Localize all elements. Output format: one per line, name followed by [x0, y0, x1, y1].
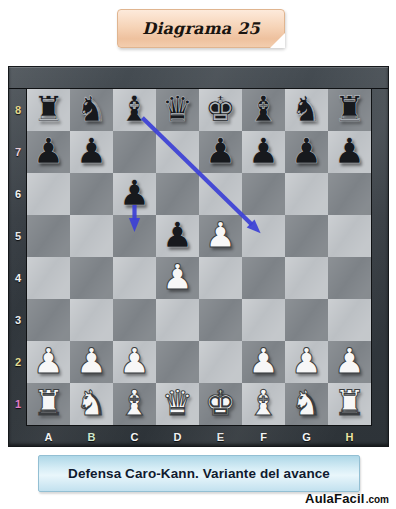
- rank-label-8: 8: [9, 89, 27, 131]
- square-g1: ♞: [285, 383, 328, 425]
- site-logo: AulaFacil .com: [305, 491, 389, 506]
- square-a1: ♜: [27, 383, 70, 425]
- piece-white-rook: ♜: [33, 386, 64, 421]
- piece-black-pawn: ♟: [33, 134, 64, 169]
- square-f3: [242, 299, 285, 341]
- square-h7: ♟: [328, 131, 371, 173]
- diagram-title-plaque: Diagrama 25: [117, 9, 285, 48]
- file-label-b: B: [70, 425, 113, 448]
- piece-black-rook: ♜: [33, 92, 64, 127]
- square-g5: [285, 215, 328, 257]
- square-e1: ♚: [199, 383, 242, 425]
- square-b4: [70, 257, 113, 299]
- square-b3: [70, 299, 113, 341]
- square-a4: [27, 257, 70, 299]
- square-b7: ♟: [70, 131, 113, 173]
- diagram-title: Diagrama 25: [142, 19, 260, 38]
- square-b1: ♞: [70, 383, 113, 425]
- square-g4: [285, 257, 328, 299]
- square-e7: ♟: [199, 131, 242, 173]
- square-g7: ♟: [285, 131, 328, 173]
- file-label-g: G: [285, 425, 328, 448]
- square-c5: [113, 215, 156, 257]
- square-h2: ♟: [328, 341, 371, 383]
- square-a2: ♟: [27, 341, 70, 383]
- square-h6: [328, 173, 371, 215]
- square-g3: [285, 299, 328, 341]
- piece-white-rook: ♜: [334, 386, 365, 421]
- square-a5: [27, 215, 70, 257]
- square-f8: ♝: [242, 89, 285, 131]
- rank-label-7: 7: [9, 131, 27, 173]
- square-c6: ♟: [113, 173, 156, 215]
- piece-white-pawn: ♟: [76, 344, 107, 379]
- piece-white-pawn: ♟: [334, 344, 365, 379]
- square-h5: [328, 215, 371, 257]
- square-h3: [328, 299, 371, 341]
- piece-white-knight: ♞: [291, 386, 322, 421]
- piece-black-pawn: ♟: [76, 134, 107, 169]
- piece-black-pawn: ♟: [291, 134, 322, 169]
- piece-black-knight: ♞: [291, 92, 322, 127]
- piece-white-pawn: ♟: [162, 260, 193, 295]
- square-e6: [199, 173, 242, 215]
- piece-white-bishop: ♝: [119, 386, 150, 421]
- file-label-h: H: [328, 425, 371, 448]
- piece-white-king: ♚: [205, 386, 236, 421]
- site-logo-name: AulaFacil: [305, 491, 365, 506]
- rank-label-2: 2: [9, 341, 27, 383]
- square-d7: [156, 131, 199, 173]
- square-e8: ♚: [199, 89, 242, 131]
- piece-black-pawn: ♟: [334, 134, 365, 169]
- square-g8: ♞: [285, 89, 328, 131]
- square-d3: [156, 299, 199, 341]
- square-c8: ♝: [113, 89, 156, 131]
- piece-white-pawn: ♟: [248, 344, 279, 379]
- caption-box: Defensa Caro-Kann. Variante del avance: [38, 455, 360, 492]
- piece-black-king: ♚: [205, 92, 236, 127]
- rank-label-3: 3: [9, 299, 27, 341]
- site-logo-suffix: .com: [366, 494, 389, 505]
- file-label-d: D: [156, 425, 199, 448]
- caption-text: Defensa Caro-Kann. Variante del avance: [68, 466, 330, 481]
- square-f7: ♟: [242, 131, 285, 173]
- square-b5: [70, 215, 113, 257]
- piece-black-bishop: ♝: [248, 92, 279, 127]
- square-h4: [328, 257, 371, 299]
- chess-board-frame: 87654321 ABCDEFGH ♜♞♝♛♚♝♞♜♟♟♟♟♟♟♟♟♟♟♟♟♟♟…: [8, 66, 389, 447]
- piece-white-pawn: ♟: [119, 344, 150, 379]
- rank-label-5: 5: [9, 215, 27, 257]
- square-d4: ♟: [156, 257, 199, 299]
- rank-label-1: 1: [9, 383, 27, 425]
- square-a3: [27, 299, 70, 341]
- square-a8: ♜: [27, 89, 70, 131]
- piece-black-bishop: ♝: [119, 92, 150, 127]
- file-label-c: C: [113, 425, 156, 448]
- piece-black-rook: ♜: [334, 92, 365, 127]
- square-e5: ♟: [199, 215, 242, 257]
- square-g6: [285, 173, 328, 215]
- square-e3: [199, 299, 242, 341]
- piece-white-pawn: ♟: [291, 344, 322, 379]
- square-h1: ♜: [328, 383, 371, 425]
- piece-black-pawn: ♟: [162, 218, 193, 253]
- file-label-f: F: [242, 425, 285, 448]
- square-f5: [242, 215, 285, 257]
- square-b6: [70, 173, 113, 215]
- rank-label-6: 6: [9, 173, 27, 215]
- square-b8: ♞: [70, 89, 113, 131]
- piece-white-bishop: ♝: [248, 386, 279, 421]
- square-d6: [156, 173, 199, 215]
- square-g2: ♟: [285, 341, 328, 383]
- square-d8: ♛: [156, 89, 199, 131]
- piece-black-knight: ♞: [76, 92, 107, 127]
- piece-white-pawn: ♟: [205, 218, 236, 253]
- square-d2: [156, 341, 199, 383]
- piece-white-queen: ♛: [162, 386, 193, 421]
- square-f6: [242, 173, 285, 215]
- square-c3: [113, 299, 156, 341]
- square-c4: [113, 257, 156, 299]
- square-a6: [27, 173, 70, 215]
- square-d5: ♟: [156, 215, 199, 257]
- chess-board: ♜♞♝♛♚♝♞♜♟♟♟♟♟♟♟♟♟♟♟♟♟♟♟♟♜♞♝♛♚♝♞♜: [27, 89, 371, 425]
- square-f4: [242, 257, 285, 299]
- square-d1: ♛: [156, 383, 199, 425]
- piece-white-pawn: ♟: [33, 344, 64, 379]
- square-b2: ♟: [70, 341, 113, 383]
- page: { "game": "chess", "title": { "label": "…: [0, 0, 396, 509]
- square-c1: ♝: [113, 383, 156, 425]
- square-e2: [199, 341, 242, 383]
- file-label-a: A: [27, 425, 70, 448]
- square-f1: ♝: [242, 383, 285, 425]
- piece-white-knight: ♞: [76, 386, 107, 421]
- piece-black-pawn: ♟: [248, 134, 279, 169]
- square-c2: ♟: [113, 341, 156, 383]
- piece-black-queen: ♛: [162, 92, 193, 127]
- file-label-e: E: [199, 425, 242, 448]
- square-c7: [113, 131, 156, 173]
- square-e4: [199, 257, 242, 299]
- rank-label-4: 4: [9, 257, 27, 299]
- square-h8: ♜: [328, 89, 371, 131]
- piece-black-pawn: ♟: [205, 134, 236, 169]
- piece-black-pawn: ♟: [119, 176, 150, 211]
- square-a7: ♟: [27, 131, 70, 173]
- square-f2: ♟: [242, 341, 285, 383]
